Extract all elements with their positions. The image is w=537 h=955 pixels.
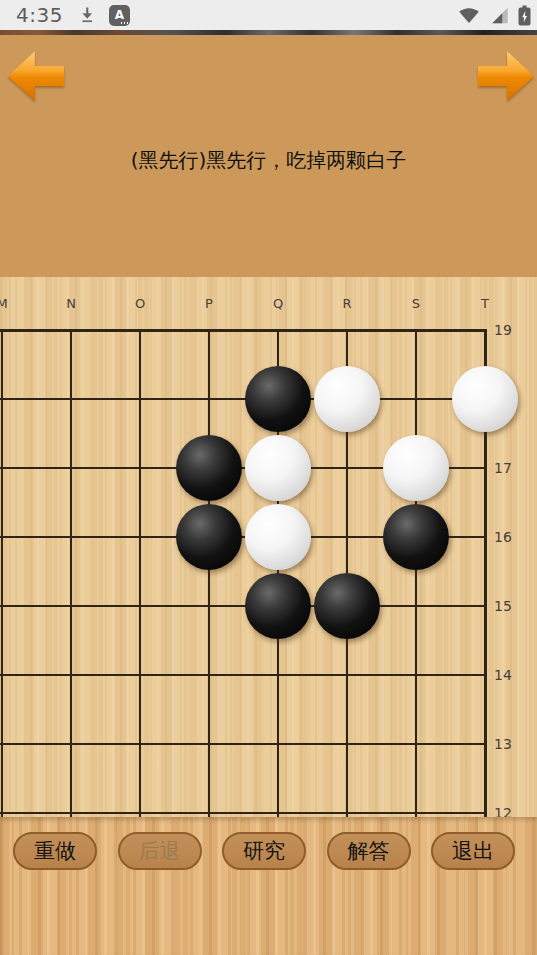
- grid-line-row-14: [0, 674, 487, 676]
- board-row-label-13: 13: [488, 735, 518, 753]
- signal-icon: [489, 5, 510, 25]
- app-screen: 4:35 A: [0, 0, 537, 955]
- grid-line-row-18: [0, 398, 487, 400]
- board-row-label-17: 17: [488, 459, 518, 477]
- grid-line-col-S: [415, 329, 417, 817]
- download-icon: [77, 5, 97, 25]
- stone-black-Q18: [245, 366, 311, 432]
- stone-white-Q16: [245, 504, 311, 570]
- board-row-label-12: 12: [488, 804, 518, 817]
- board-row-label-16: 16: [488, 528, 518, 546]
- status-bar: 4:35 A: [0, 0, 537, 30]
- stone-black-P16: [176, 504, 242, 570]
- puzzle-header: (黑先行)黑先行，吃掉两颗白子: [0, 35, 537, 277]
- clock: 4:35: [16, 3, 63, 27]
- undo-button[interactable]: 后退: [118, 832, 202, 870]
- grid-line-row-12: [0, 812, 487, 814]
- board-column-label-T: T: [474, 296, 496, 311]
- board-row-label-19: 19: [488, 321, 518, 339]
- stone-white-T18: [452, 366, 518, 432]
- exit-button[interactable]: 退出: [431, 832, 515, 870]
- study-button[interactable]: 研究: [222, 832, 306, 870]
- redo-button[interactable]: 重做: [13, 832, 97, 870]
- stone-white-R18: [314, 366, 380, 432]
- battery-charging-icon: [518, 5, 531, 26]
- board-column-label-O: O: [129, 296, 151, 311]
- stone-black-Q15: [245, 573, 311, 639]
- go-board[interactable]: MNOPQRST1918171615141312: [0, 277, 537, 817]
- board-row-label-14: 14: [488, 666, 518, 684]
- grid-line-col-M: [1, 329, 3, 817]
- app-icon-dots: [121, 22, 128, 24]
- stone-black-P17: [176, 435, 242, 501]
- left-arrow-icon: [8, 48, 64, 104]
- stone-black-S16: [383, 504, 449, 570]
- board-column-label-Q: Q: [267, 296, 289, 311]
- toolbar: 重做后退研究解答退出: [0, 817, 537, 955]
- stone-black-R15: [314, 573, 380, 639]
- stone-white-S17: [383, 435, 449, 501]
- answer-button[interactable]: 解答: [327, 832, 411, 870]
- grid-line-col-N: [70, 329, 72, 817]
- board-column-label-P: P: [198, 296, 220, 311]
- board-column-label-M: M: [0, 296, 13, 311]
- board-column-label-R: R: [336, 296, 358, 311]
- app-icon-a: A: [109, 5, 130, 26]
- previous-puzzle-button[interactable]: [8, 48, 64, 104]
- stone-white-Q17: [245, 435, 311, 501]
- puzzle-caption: (黑先行)黑先行，吃掉两颗白子: [0, 147, 537, 174]
- grid-line-row-19: [0, 329, 487, 332]
- board-column-label-S: S: [405, 296, 427, 311]
- grid-line-row-15: [0, 605, 487, 607]
- grid-line-row-13: [0, 743, 487, 745]
- grid-line-col-P: [208, 329, 210, 817]
- grid-line-col-O: [139, 329, 141, 817]
- right-arrow-icon: [478, 48, 534, 104]
- board-column-label-N: N: [60, 296, 82, 311]
- next-puzzle-button[interactable]: [478, 48, 534, 104]
- board-row-label-15: 15: [488, 597, 518, 615]
- wifi-icon: [457, 5, 481, 25]
